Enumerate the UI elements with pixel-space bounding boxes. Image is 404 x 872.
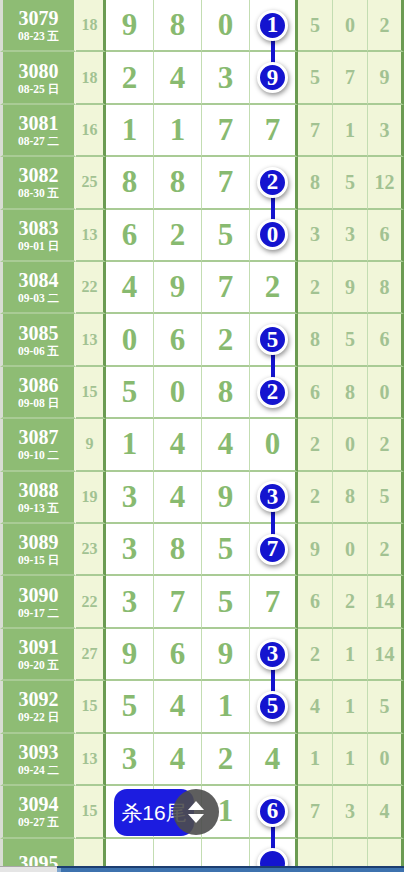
digit-cell: 9 (106, 629, 154, 681)
bottom-window-edge (0, 866, 404, 872)
stat-cell: 5 (298, 0, 333, 52)
issue-date: 09-08 日 (18, 397, 59, 409)
table-row: 308809-13 五193493285 (0, 472, 404, 524)
circled-digit: 2 (257, 377, 288, 408)
up-arrow-icon[interactable] (188, 801, 204, 810)
issue-cell: 309209-22 日 (0, 681, 76, 733)
table-row: 308509-06 五130625856 (0, 314, 404, 366)
circled-digit: 7 (257, 534, 288, 565)
stat-cell: 6 (298, 576, 333, 628)
issue-cell: 308909-15 日 (0, 524, 76, 576)
sum-cell: 25 (76, 157, 106, 209)
stat-cell: 7 (298, 786, 333, 838)
stat-cell: 12 (368, 157, 404, 209)
sum-cell: 18 (76, 0, 106, 52)
stat-cell: 0 (333, 419, 368, 471)
sum-cell: 15 (76, 681, 106, 733)
stat-cell: 2 (298, 419, 333, 471)
issue-cell: 308008-25 日 (0, 52, 76, 104)
issue-cell: 308609-08 日 (0, 367, 76, 419)
issue-number: 3086 (19, 375, 59, 396)
digit-cell: 4 (154, 681, 202, 733)
digit-cell: 9 (202, 472, 250, 524)
table-row: 308008-25 日182439579 (0, 52, 404, 104)
issue-cell: 308509-06 五 (0, 314, 76, 366)
issue-number: 3088 (19, 480, 59, 501)
sum-cell: 19 (76, 472, 106, 524)
stat-cell: 1 (333, 681, 368, 733)
issue-date: 09-01 日 (18, 240, 59, 252)
digit-cell: 9 (106, 0, 154, 52)
digit-cell: 2 (202, 314, 250, 366)
issue-date: 09-27 五 (18, 816, 59, 828)
digit-cell: 5 (106, 681, 154, 733)
issue-number: 3090 (19, 585, 59, 606)
digit-cell: 1 (250, 0, 298, 52)
issue-cell: 309409-27 五 (0, 786, 76, 838)
digit-cell: 5 (202, 524, 250, 576)
digit-cell: 3 (202, 52, 250, 104)
issue-cell: 307908-23 五 (0, 0, 76, 52)
circled-digit: 1 (257, 10, 288, 41)
stat-cell: 5 (333, 314, 368, 366)
stat-cell: 2 (368, 0, 404, 52)
digit-cell: 7 (250, 576, 298, 628)
issue-number: 3087 (19, 427, 59, 448)
stat-cell: 14 (368, 576, 404, 628)
stat-cell: 1 (333, 105, 368, 157)
stat-cell: 14 (368, 629, 404, 681)
stat-cell: 2 (298, 629, 333, 681)
stat-cell: 9 (333, 262, 368, 314)
digit-cell: 8 (154, 524, 202, 576)
digit-cell: 6 (154, 629, 202, 681)
stat-cell: 3 (298, 210, 333, 262)
digit-cell: 7 (202, 105, 250, 157)
digit-cell: 4 (154, 734, 202, 786)
issue-date: 09-13 五 (18, 502, 59, 514)
circled-digit: 9 (257, 62, 288, 93)
stat-cell: 3 (333, 786, 368, 838)
digit-cell: 2 (202, 734, 250, 786)
issue-date: 08-23 五 (18, 30, 59, 42)
issue-cell: 308208-30 五 (0, 157, 76, 209)
issue-number: 3085 (19, 323, 59, 344)
issue-cell: 308309-01 日 (0, 210, 76, 262)
circled-digit: 5 (257, 691, 288, 722)
digit-cell: 7 (250, 105, 298, 157)
digit-cell: 3 (106, 734, 154, 786)
issue-number: 3084 (19, 270, 59, 291)
digit-cell: 5 (202, 576, 250, 628)
digit-cell: 6 (250, 786, 298, 838)
digit-cell: 7 (154, 576, 202, 628)
sum-cell: 9 (76, 419, 106, 471)
lottery-trend-chart-screen: 307908-23 五189801502308008-25 日182439579… (0, 0, 404, 872)
value-stepper[interactable] (173, 789, 219, 835)
issue-number: 3080 (19, 61, 59, 82)
stat-cell: 1 (333, 734, 368, 786)
digit-cell: 4 (154, 472, 202, 524)
digit-cell: 0 (250, 419, 298, 471)
issue-date: 08-25 日 (18, 83, 59, 95)
issue-number: 3082 (19, 165, 59, 186)
table-row: 308108-27 二161177713 (0, 105, 404, 157)
sum-cell: 23 (76, 524, 106, 576)
table-row: 308409-03 二224972298 (0, 262, 404, 314)
issue-date: 08-30 五 (18, 187, 59, 199)
digit-cell: 6 (154, 314, 202, 366)
issue-date: 09-03 二 (18, 292, 59, 304)
sum-cell: 16 (76, 105, 106, 157)
stat-cell: 3 (333, 210, 368, 262)
digit-cell: 3 (106, 472, 154, 524)
circled-digit: 6 (257, 796, 288, 827)
digit-cell: 2 (154, 210, 202, 262)
table-row: 308208-30 五2588728512 (0, 157, 404, 209)
stat-cell: 8 (368, 262, 404, 314)
stat-cell: 2 (368, 524, 404, 576)
sum-cell: 27 (76, 629, 106, 681)
issue-date: 09-22 日 (18, 711, 59, 723)
digit-cell: 4 (202, 419, 250, 471)
stat-cell: 5 (368, 681, 404, 733)
issue-number: 3081 (19, 113, 59, 134)
digit-cell: 0 (106, 314, 154, 366)
issue-cell: 309109-20 五 (0, 629, 76, 681)
issue-number: 3083 (19, 218, 59, 239)
digit-cell: 3 (106, 576, 154, 628)
issue-number: 3089 (19, 532, 59, 553)
digit-cell: 5 (250, 314, 298, 366)
stat-cell: 0 (333, 0, 368, 52)
digit-cell: 8 (154, 0, 202, 52)
digit-cell: 2 (250, 262, 298, 314)
down-arrow-icon[interactable] (188, 814, 204, 823)
stat-cell: 5 (368, 472, 404, 524)
sum-cell: 22 (76, 576, 106, 628)
stat-cell: 8 (298, 314, 333, 366)
stat-cell: 2 (298, 472, 333, 524)
issue-cell: 308809-13 五 (0, 472, 76, 524)
digit-cell: 4 (106, 262, 154, 314)
stat-cell: 6 (368, 210, 404, 262)
issue-date: 09-20 五 (18, 659, 59, 671)
issue-number: 3092 (19, 689, 59, 710)
stat-cell: 2 (368, 419, 404, 471)
sum-cell: 15 (76, 367, 106, 419)
stat-cell: 9 (368, 52, 404, 104)
table-row: 308909-15 日233857902 (0, 524, 404, 576)
issue-date: 09-10 二 (18, 449, 59, 461)
digit-cell: 4 (154, 52, 202, 104)
digit-cell: 1 (106, 419, 154, 471)
digit-cell: 0 (202, 0, 250, 52)
digit-cell: 3 (250, 472, 298, 524)
table-row: 309309-24 二133424110 (0, 734, 404, 786)
stat-cell: 0 (368, 734, 404, 786)
issue-number: 3091 (19, 637, 59, 658)
issue-cell: 309309-24 二 (0, 734, 76, 786)
table-row: 308709-10 二91440202 (0, 419, 404, 471)
digit-cell: 9 (154, 262, 202, 314)
issue-date: 09-06 五 (18, 345, 59, 357)
digit-cell: 8 (154, 157, 202, 209)
stat-cell: 3 (368, 105, 404, 157)
stat-cell: 9 (298, 524, 333, 576)
issue-cell: 308409-03 二 (0, 262, 76, 314)
digit-cell: 2 (106, 52, 154, 104)
table-row: 308309-01 日136250336 (0, 210, 404, 262)
circled-digit: 5 (257, 324, 288, 355)
trend-table: 307908-23 五189801502308008-25 日182439579… (0, 0, 404, 872)
stat-cell: 6 (298, 367, 333, 419)
stat-cell: 4 (368, 786, 404, 838)
digit-cell: 8 (106, 157, 154, 209)
digit-cell: 7 (202, 262, 250, 314)
stat-cell: 6 (368, 314, 404, 366)
issue-date: 09-17 二 (18, 607, 59, 619)
digit-cell: 7 (202, 157, 250, 209)
sum-cell: 13 (76, 210, 106, 262)
table-row: 309009-17 二2237576214 (0, 576, 404, 628)
circled-digit: 3 (257, 481, 288, 512)
sum-cell: 18 (76, 52, 106, 104)
digit-cell: 6 (106, 210, 154, 262)
stat-cell: 7 (333, 52, 368, 104)
circled-digit: 2 (257, 167, 288, 198)
digit-cell: 1 (106, 105, 154, 157)
digit-cell: 2 (250, 157, 298, 209)
stat-cell: 2 (333, 576, 368, 628)
issue-cell: 308709-10 二 (0, 419, 76, 471)
digit-cell: 1 (202, 681, 250, 733)
sum-cell: 13 (76, 734, 106, 786)
bottom-edge-left (0, 866, 57, 872)
table-row: 309209-22 日155415415 (0, 681, 404, 733)
table-row: 309109-20 五2796932114 (0, 629, 404, 681)
issue-date: 09-15 日 (18, 554, 59, 566)
stat-cell: 4 (298, 681, 333, 733)
digit-cell: 0 (154, 367, 202, 419)
digit-cell: 4 (154, 419, 202, 471)
circled-digit: 3 (257, 639, 288, 670)
sum-cell: 22 (76, 262, 106, 314)
issue-cell: 308108-27 二 (0, 105, 76, 157)
stat-cell: 0 (333, 524, 368, 576)
issue-date: 08-27 二 (18, 135, 59, 147)
stat-cell: 1 (333, 629, 368, 681)
issue-number: 3094 (19, 794, 59, 815)
digit-cell: 3 (106, 524, 154, 576)
digit-cell: 9 (202, 629, 250, 681)
stat-cell: 1 (298, 734, 333, 786)
digit-cell: 3 (250, 629, 298, 681)
stat-cell: 8 (298, 157, 333, 209)
digit-cell: 4 (250, 734, 298, 786)
issue-number: 3093 (19, 742, 59, 763)
issue-number: 3079 (19, 8, 59, 29)
digit-cell: 1 (154, 105, 202, 157)
table-row: 308609-08 日155082680 (0, 367, 404, 419)
stat-cell: 8 (333, 367, 368, 419)
circled-digit: 0 (257, 219, 288, 250)
stat-cell: 7 (298, 105, 333, 157)
sum-cell: 13 (76, 314, 106, 366)
stat-cell: 0 (368, 367, 404, 419)
stat-cell: 5 (333, 157, 368, 209)
bottom-edge-bar (61, 866, 404, 872)
digit-cell: 8 (202, 367, 250, 419)
stat-cell: 5 (298, 52, 333, 104)
table-row: 307908-23 五189801502 (0, 0, 404, 52)
stat-cell: 2 (298, 262, 333, 314)
digit-cell: 5 (106, 367, 154, 419)
issue-date: 09-24 二 (18, 764, 59, 776)
sum-cell: 15 (76, 786, 106, 838)
issue-cell: 309009-17 二 (0, 576, 76, 628)
stat-cell: 8 (333, 472, 368, 524)
digit-cell: 5 (202, 210, 250, 262)
